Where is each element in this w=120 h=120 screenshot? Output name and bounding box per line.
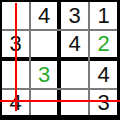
cell-r3c3[interactable] (61, 61, 88, 88)
sudoku-board: 4 3 1 3 4 2 3 4 4 3 (0, 0, 120, 120)
cell-r3c4[interactable]: 4 (90, 61, 117, 88)
cell-r2c3[interactable]: 4 (61, 31, 88, 57)
cell-r1c2[interactable]: 4 (31, 2, 57, 29)
crosshair-vertical-line (15, 3, 17, 111)
cell-r1c3[interactable]: 3 (61, 2, 88, 29)
cell-r3c2[interactable]: 3 (31, 61, 57, 88)
cell-r4c4[interactable]: 3 (90, 90, 117, 115)
cell-r4c3[interactable] (61, 90, 88, 115)
cell-r2c2[interactable] (31, 31, 57, 57)
crosshair-horizontal-line (0, 100, 120, 102)
cell-r2c4[interactable]: 2 (90, 31, 117, 57)
cell-r4c2[interactable] (31, 90, 57, 115)
cell-r1c4[interactable]: 1 (90, 2, 117, 29)
